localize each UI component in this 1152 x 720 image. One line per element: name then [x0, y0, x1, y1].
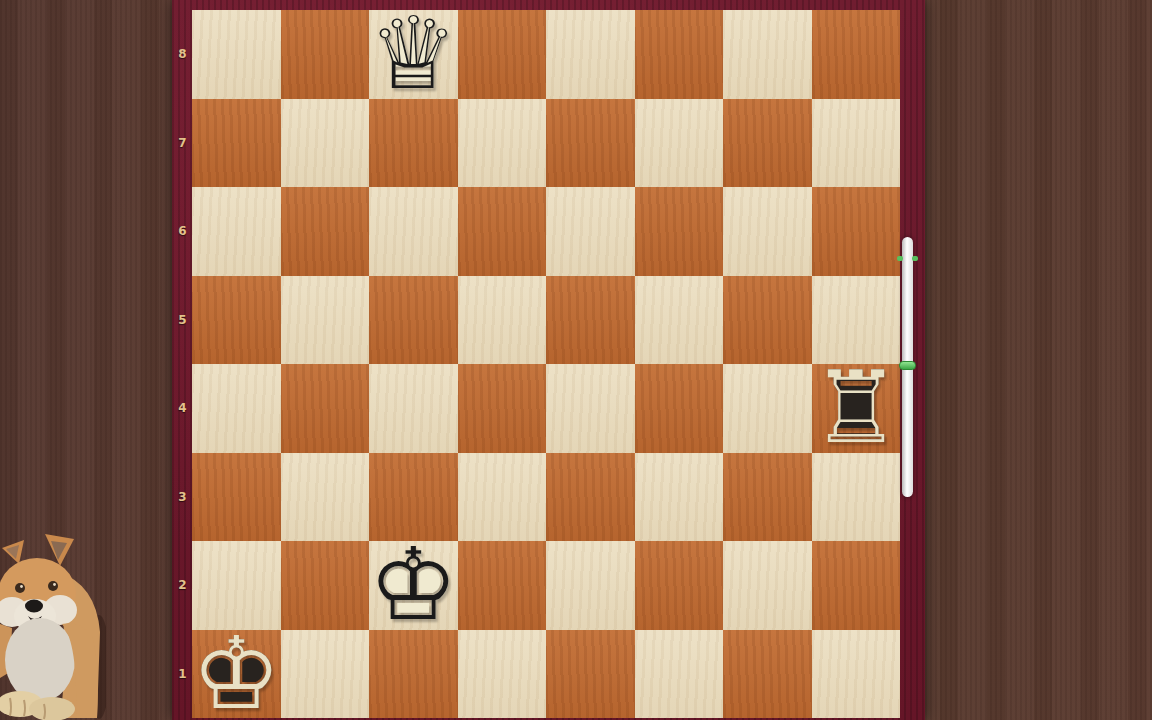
- square-h3[interactable]: [812, 453, 901, 542]
- square-g8[interactable]: [723, 10, 812, 99]
- square-e3[interactable]: [546, 453, 635, 542]
- slider-tick-icon: [897, 256, 903, 261]
- square-a3[interactable]: [192, 453, 281, 542]
- square-b7[interactable]: [281, 99, 370, 188]
- square-g5[interactable]: [723, 276, 812, 365]
- chess-board[interactable]: ♛♛♕♜♜♖♚♚♔♚♚♔: [192, 10, 900, 718]
- square-f5[interactable]: [635, 276, 724, 365]
- square-a8[interactable]: [192, 10, 281, 99]
- square-g3[interactable]: [723, 453, 812, 542]
- square-c7[interactable]: [369, 99, 458, 188]
- square-e4[interactable]: [546, 364, 635, 453]
- square-c8[interactable]: ♛♛♕: [369, 10, 458, 99]
- square-e6[interactable]: [546, 187, 635, 276]
- square-a7[interactable]: [192, 99, 281, 188]
- square-f4[interactable]: [635, 364, 724, 453]
- square-h6[interactable]: [812, 187, 901, 276]
- square-f8[interactable]: [635, 10, 724, 99]
- square-g7[interactable]: [723, 99, 812, 188]
- square-b1[interactable]: [281, 630, 370, 719]
- white-king[interactable]: ♚♚♔: [369, 541, 458, 630]
- square-e2[interactable]: [546, 541, 635, 630]
- square-d3[interactable]: [458, 453, 547, 542]
- white-queen[interactable]: ♛♛♕: [369, 10, 458, 99]
- square-a6[interactable]: [192, 187, 281, 276]
- rank-label-7: 7: [174, 99, 191, 188]
- square-d4[interactable]: [458, 364, 547, 453]
- rank-label-4: 4: [174, 364, 191, 453]
- square-c1[interactable]: [369, 630, 458, 719]
- square-b3[interactable]: [281, 453, 370, 542]
- black-king[interactable]: ♚♚♔: [192, 630, 281, 719]
- rank-label-1: 1: [174, 630, 191, 719]
- square-e1[interactable]: [546, 630, 635, 719]
- rank-label-6: 6: [174, 187, 191, 276]
- square-c6[interactable]: [369, 187, 458, 276]
- rank-label-2: 2: [174, 541, 191, 630]
- square-b2[interactable]: [281, 541, 370, 630]
- rank-label-3: 3: [174, 453, 191, 542]
- square-c4[interactable]: [369, 364, 458, 453]
- square-c2[interactable]: ♚♚♔: [369, 541, 458, 630]
- rank-label-8: 8: [174, 10, 191, 99]
- square-h4[interactable]: ♜♜♖: [812, 364, 901, 453]
- square-f3[interactable]: [635, 453, 724, 542]
- square-b4[interactable]: [281, 364, 370, 453]
- square-d1[interactable]: [458, 630, 547, 719]
- square-f1[interactable]: [635, 630, 724, 719]
- square-h7[interactable]: [812, 99, 901, 188]
- square-h8[interactable]: [812, 10, 901, 99]
- black-rook[interactable]: ♜♜♖: [812, 364, 901, 453]
- slider-handle[interactable]: [899, 361, 916, 370]
- wood-background: 87654321 ♛♛♕♜♜♖♚♚♔♚♚♔: [0, 0, 1152, 720]
- square-h1[interactable]: [812, 630, 901, 719]
- side-slider[interactable]: [902, 237, 913, 497]
- square-h2[interactable]: [812, 541, 901, 630]
- square-e8[interactable]: [546, 10, 635, 99]
- dog-image: [0, 532, 106, 720]
- square-a1[interactable]: ♚♚♔: [192, 630, 281, 719]
- square-c5[interactable]: [369, 276, 458, 365]
- square-f2[interactable]: [635, 541, 724, 630]
- square-a4[interactable]: [192, 364, 281, 453]
- square-a5[interactable]: [192, 276, 281, 365]
- square-b6[interactable]: [281, 187, 370, 276]
- square-d8[interactable]: [458, 10, 547, 99]
- chess-board-frame: 87654321 ♛♛♕♜♜♖♚♚♔♚♚♔: [172, 0, 925, 720]
- square-g4[interactable]: [723, 364, 812, 453]
- square-g2[interactable]: [723, 541, 812, 630]
- slider-tick-icon: [912, 256, 918, 261]
- square-g1[interactable]: [723, 630, 812, 719]
- square-d2[interactable]: [458, 541, 547, 630]
- square-b5[interactable]: [281, 276, 370, 365]
- square-b8[interactable]: [281, 10, 370, 99]
- square-d7[interactable]: [458, 99, 547, 188]
- square-e7[interactable]: [546, 99, 635, 188]
- square-d5[interactable]: [458, 276, 547, 365]
- square-g6[interactable]: [723, 187, 812, 276]
- square-f7[interactable]: [635, 99, 724, 188]
- rank-label-5: 5: [174, 276, 191, 365]
- square-d6[interactable]: [458, 187, 547, 276]
- square-e5[interactable]: [546, 276, 635, 365]
- square-f6[interactable]: [635, 187, 724, 276]
